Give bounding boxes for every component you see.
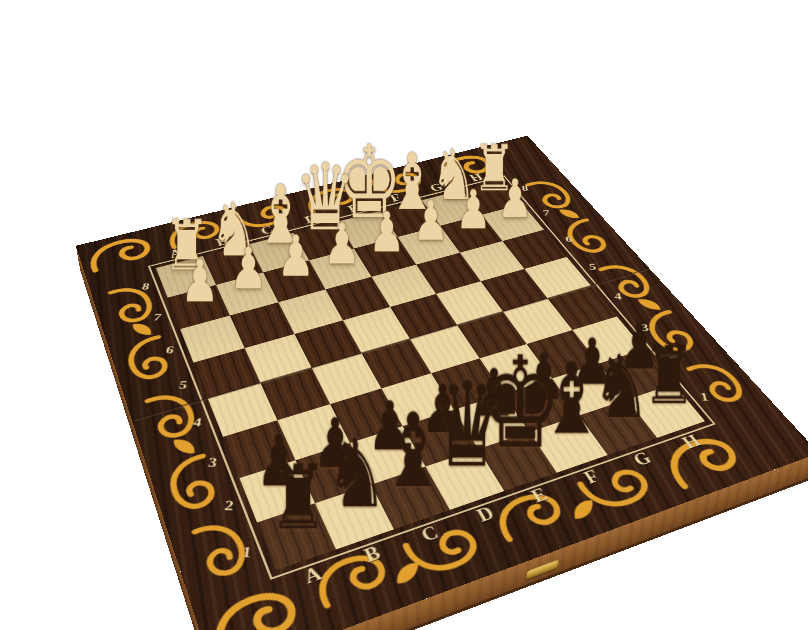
square-e5: [390, 294, 457, 339]
rank-label-left-7: 7: [152, 312, 162, 323]
file-label-far-e: E: [346, 202, 362, 215]
square-c7: [263, 260, 325, 302]
white-king-glyph: ♚: [323, 132, 416, 232]
square-d7: [309, 249, 371, 290]
brass-clasp: [526, 559, 559, 580]
white-pawn-glyph: ♟: [199, 239, 298, 297]
square-f7: [398, 226, 460, 265]
square-h7: [482, 204, 544, 241]
square-e7: [354, 237, 416, 277]
square-h6: [502, 230, 566, 269]
square-f5: [436, 281, 503, 325]
square-f8: [380, 200, 440, 237]
white-knight-glyph: ♞: [408, 140, 499, 210]
square-d8: [294, 222, 354, 261]
rank-label-left-8: 8: [141, 281, 151, 292]
rank-label-right-4: 4: [613, 291, 622, 302]
white-queen-glyph: ♛: [278, 151, 372, 243]
rank-label-right-5: 5: [588, 262, 597, 272]
rank-label-right-8: 8: [521, 184, 528, 193]
square-f6: [416, 253, 481, 294]
square-e6: [371, 265, 436, 307]
square-h8: [462, 180, 522, 215]
file-label-far-c: C: [259, 224, 276, 237]
file-label-far-g: G: [427, 181, 445, 193]
square-g7: [440, 215, 502, 253]
square-e8: [337, 211, 397, 249]
white-bishop-glyph: ♝: [366, 143, 458, 221]
square-a7: [168, 285, 230, 329]
square-c8: [249, 233, 309, 272]
photo-canvas: Folding wooden chess set with golden scr…: [0, 0, 808, 630]
square-d6: [326, 277, 391, 320]
square-g5: [481, 269, 548, 312]
rank-label-right-7: 7: [542, 209, 550, 218]
white-pawn-glyph: ♟: [247, 227, 345, 284]
white-pawn-glyph: ♟: [150, 252, 251, 310]
file-label-far-a: A: [168, 246, 184, 260]
square-a8: [156, 256, 216, 298]
square-b7: [216, 272, 278, 315]
file-label-far-d: D: [302, 213, 319, 226]
file-label-far-b: B: [214, 235, 230, 249]
square-g6: [460, 241, 524, 281]
file-label-far-h: H: [467, 172, 485, 184]
scene: AABBCCDDEEFFGGHH8877665544332211 ♜♞♝♛♚♝♞…: [0, 0, 808, 630]
black-rook-glyph: ♜: [236, 453, 360, 542]
square-c6: [278, 289, 343, 334]
file-label-far-f: F: [388, 192, 404, 204]
square-g8: [422, 190, 482, 226]
rank-label-right-6: 6: [565, 235, 573, 245]
square-h5: [524, 257, 591, 299]
square-b8: [203, 244, 263, 285]
